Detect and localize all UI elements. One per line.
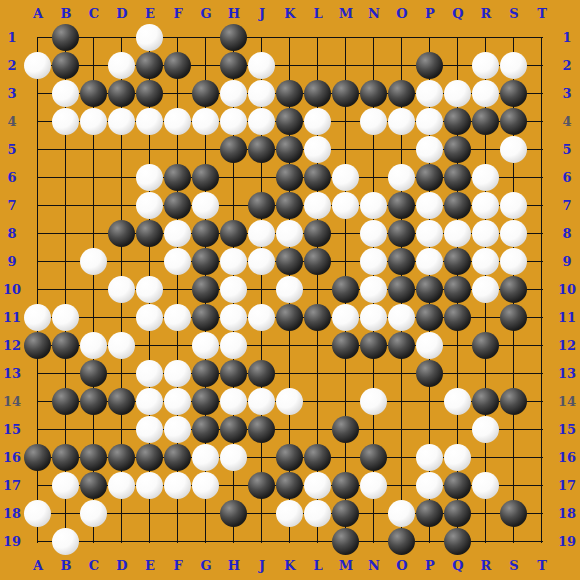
intersection-C18[interactable] xyxy=(80,500,108,528)
intersection-K18[interactable] xyxy=(276,500,304,528)
intersection-D17[interactable] xyxy=(108,472,136,500)
intersection-S16[interactable] xyxy=(500,444,528,472)
intersection-R8[interactable] xyxy=(472,220,500,248)
intersection-A9[interactable] xyxy=(24,248,52,276)
intersection-K12[interactable] xyxy=(276,332,304,360)
intersection-K2[interactable] xyxy=(276,52,304,80)
intersection-O3[interactable] xyxy=(388,80,416,108)
intersection-D11[interactable] xyxy=(108,304,136,332)
intersection-Q13[interactable] xyxy=(444,360,472,388)
intersection-A8[interactable] xyxy=(24,220,52,248)
intersection-G3[interactable] xyxy=(192,80,220,108)
intersection-K10[interactable] xyxy=(276,276,304,304)
intersection-C3[interactable] xyxy=(80,80,108,108)
intersection-D7[interactable] xyxy=(108,192,136,220)
intersection-B1[interactable] xyxy=(52,24,80,52)
intersection-D18[interactable] xyxy=(108,500,136,528)
intersection-T1[interactable] xyxy=(528,24,556,52)
intersection-G14[interactable] xyxy=(192,388,220,416)
intersection-F11[interactable] xyxy=(164,304,192,332)
intersection-M6[interactable] xyxy=(332,164,360,192)
intersection-H11[interactable] xyxy=(220,304,248,332)
intersection-S15[interactable] xyxy=(500,416,528,444)
intersection-G19[interactable] xyxy=(192,528,220,556)
intersection-N4[interactable] xyxy=(360,108,388,136)
intersection-N19[interactable] xyxy=(360,528,388,556)
intersection-L19[interactable] xyxy=(304,528,332,556)
intersection-N12[interactable] xyxy=(360,332,388,360)
intersection-D16[interactable] xyxy=(108,444,136,472)
intersection-F14[interactable] xyxy=(164,388,192,416)
intersection-J14[interactable] xyxy=(248,388,276,416)
intersection-K4[interactable] xyxy=(276,108,304,136)
intersection-E14[interactable] xyxy=(136,388,164,416)
intersection-R6[interactable] xyxy=(472,164,500,192)
intersection-S11[interactable] xyxy=(500,304,528,332)
intersection-Q10[interactable] xyxy=(444,276,472,304)
intersection-N7[interactable] xyxy=(360,192,388,220)
intersection-S18[interactable] xyxy=(500,500,528,528)
intersection-M12[interactable] xyxy=(332,332,360,360)
intersection-L7[interactable] xyxy=(304,192,332,220)
intersection-Q14[interactable] xyxy=(444,388,472,416)
intersection-B7[interactable] xyxy=(52,192,80,220)
intersection-B10[interactable] xyxy=(52,276,80,304)
intersection-J11[interactable] xyxy=(248,304,276,332)
intersection-B8[interactable] xyxy=(52,220,80,248)
intersection-R7[interactable] xyxy=(472,192,500,220)
intersection-S1[interactable] xyxy=(500,24,528,52)
intersection-H10[interactable] xyxy=(220,276,248,304)
intersection-B3[interactable] xyxy=(52,80,80,108)
intersection-E5[interactable] xyxy=(136,136,164,164)
intersection-P15[interactable] xyxy=(416,416,444,444)
intersection-S13[interactable] xyxy=(500,360,528,388)
intersection-C9[interactable] xyxy=(80,248,108,276)
intersection-R16[interactable] xyxy=(472,444,500,472)
intersection-H1[interactable] xyxy=(220,24,248,52)
intersection-B2[interactable] xyxy=(52,52,80,80)
intersection-N9[interactable] xyxy=(360,248,388,276)
intersection-K8[interactable] xyxy=(276,220,304,248)
intersection-A7[interactable] xyxy=(24,192,52,220)
intersection-T5[interactable] xyxy=(528,136,556,164)
intersection-C2[interactable] xyxy=(80,52,108,80)
intersection-A15[interactable] xyxy=(24,416,52,444)
intersection-E3[interactable] xyxy=(136,80,164,108)
intersection-J16[interactable] xyxy=(248,444,276,472)
intersection-K13[interactable] xyxy=(276,360,304,388)
intersection-F2[interactable] xyxy=(164,52,192,80)
intersection-M9[interactable] xyxy=(332,248,360,276)
intersection-A11[interactable] xyxy=(24,304,52,332)
intersection-G10[interactable] xyxy=(192,276,220,304)
intersection-C13[interactable] xyxy=(80,360,108,388)
intersection-H19[interactable] xyxy=(220,528,248,556)
intersection-S17[interactable] xyxy=(500,472,528,500)
intersection-E7[interactable] xyxy=(136,192,164,220)
intersection-J9[interactable] xyxy=(248,248,276,276)
intersection-T7[interactable] xyxy=(528,192,556,220)
intersection-S9[interactable] xyxy=(500,248,528,276)
intersection-G6[interactable] xyxy=(192,164,220,192)
intersection-L8[interactable] xyxy=(304,220,332,248)
intersection-S10[interactable] xyxy=(500,276,528,304)
intersection-B15[interactable] xyxy=(52,416,80,444)
intersection-L12[interactable] xyxy=(304,332,332,360)
intersection-Q11[interactable] xyxy=(444,304,472,332)
intersection-G15[interactable] xyxy=(192,416,220,444)
intersection-P3[interactable] xyxy=(416,80,444,108)
intersection-L18[interactable] xyxy=(304,500,332,528)
intersection-T2[interactable] xyxy=(528,52,556,80)
intersection-T14[interactable] xyxy=(528,388,556,416)
intersection-Q3[interactable] xyxy=(444,80,472,108)
intersection-N1[interactable] xyxy=(360,24,388,52)
intersection-A3[interactable] xyxy=(24,80,52,108)
intersection-T16[interactable] xyxy=(528,444,556,472)
intersection-J3[interactable] xyxy=(248,80,276,108)
intersection-C5[interactable] xyxy=(80,136,108,164)
intersection-E16[interactable] xyxy=(136,444,164,472)
intersection-E4[interactable] xyxy=(136,108,164,136)
intersection-D15[interactable] xyxy=(108,416,136,444)
intersection-F6[interactable] xyxy=(164,164,192,192)
intersection-J6[interactable] xyxy=(248,164,276,192)
intersection-M8[interactable] xyxy=(332,220,360,248)
intersection-H8[interactable] xyxy=(220,220,248,248)
intersection-C1[interactable] xyxy=(80,24,108,52)
intersection-F1[interactable] xyxy=(164,24,192,52)
intersection-L17[interactable] xyxy=(304,472,332,500)
intersection-H4[interactable] xyxy=(220,108,248,136)
intersection-J15[interactable] xyxy=(248,416,276,444)
intersection-R4[interactable] xyxy=(472,108,500,136)
intersection-K5[interactable] xyxy=(276,136,304,164)
intersection-O10[interactable] xyxy=(388,276,416,304)
intersection-S4[interactable] xyxy=(500,108,528,136)
intersection-A16[interactable] xyxy=(24,444,52,472)
intersection-B6[interactable] xyxy=(52,164,80,192)
intersection-L6[interactable] xyxy=(304,164,332,192)
intersection-B5[interactable] xyxy=(52,136,80,164)
intersection-J5[interactable] xyxy=(248,136,276,164)
intersection-M10[interactable] xyxy=(332,276,360,304)
intersection-A6[interactable] xyxy=(24,164,52,192)
intersection-J7[interactable] xyxy=(248,192,276,220)
intersection-N18[interactable] xyxy=(360,500,388,528)
intersection-A4[interactable] xyxy=(24,108,52,136)
intersection-N15[interactable] xyxy=(360,416,388,444)
intersection-T9[interactable] xyxy=(528,248,556,276)
intersection-R9[interactable] xyxy=(472,248,500,276)
intersection-O15[interactable] xyxy=(388,416,416,444)
intersection-T13[interactable] xyxy=(528,360,556,388)
intersection-C10[interactable] xyxy=(80,276,108,304)
intersection-J8[interactable] xyxy=(248,220,276,248)
intersection-B11[interactable] xyxy=(52,304,80,332)
intersection-O19[interactable] xyxy=(388,528,416,556)
intersection-R10[interactable] xyxy=(472,276,500,304)
intersection-C19[interactable] xyxy=(80,528,108,556)
intersection-D2[interactable] xyxy=(108,52,136,80)
intersection-F12[interactable] xyxy=(164,332,192,360)
intersection-E19[interactable] xyxy=(136,528,164,556)
intersection-P8[interactable] xyxy=(416,220,444,248)
intersection-J18[interactable] xyxy=(248,500,276,528)
intersection-H3[interactable] xyxy=(220,80,248,108)
intersection-Q12[interactable] xyxy=(444,332,472,360)
intersection-R13[interactable] xyxy=(472,360,500,388)
intersection-E8[interactable] xyxy=(136,220,164,248)
intersection-R11[interactable] xyxy=(472,304,500,332)
intersection-E10[interactable] xyxy=(136,276,164,304)
intersection-O4[interactable] xyxy=(388,108,416,136)
intersection-G18[interactable] xyxy=(192,500,220,528)
intersection-R17[interactable] xyxy=(472,472,500,500)
intersection-S2[interactable] xyxy=(500,52,528,80)
intersection-D4[interactable] xyxy=(108,108,136,136)
intersection-D10[interactable] xyxy=(108,276,136,304)
intersection-N16[interactable] xyxy=(360,444,388,472)
intersection-H12[interactable] xyxy=(220,332,248,360)
intersection-Q9[interactable] xyxy=(444,248,472,276)
intersection-B16[interactable] xyxy=(52,444,80,472)
intersection-M19[interactable] xyxy=(332,528,360,556)
intersection-D14[interactable] xyxy=(108,388,136,416)
intersection-L14[interactable] xyxy=(304,388,332,416)
intersection-M16[interactable] xyxy=(332,444,360,472)
intersection-L9[interactable] xyxy=(304,248,332,276)
intersection-G9[interactable] xyxy=(192,248,220,276)
intersection-K19[interactable] xyxy=(276,528,304,556)
intersection-O1[interactable] xyxy=(388,24,416,52)
intersection-H5[interactable] xyxy=(220,136,248,164)
intersection-D8[interactable] xyxy=(108,220,136,248)
intersection-P14[interactable] xyxy=(416,388,444,416)
intersection-P10[interactable] xyxy=(416,276,444,304)
intersection-F17[interactable] xyxy=(164,472,192,500)
intersection-R12[interactable] xyxy=(472,332,500,360)
intersection-J17[interactable] xyxy=(248,472,276,500)
intersection-P9[interactable] xyxy=(416,248,444,276)
intersection-A2[interactable] xyxy=(24,52,52,80)
intersection-N10[interactable] xyxy=(360,276,388,304)
intersection-K7[interactable] xyxy=(276,192,304,220)
intersection-P2[interactable] xyxy=(416,52,444,80)
intersection-K16[interactable] xyxy=(276,444,304,472)
intersection-K14[interactable] xyxy=(276,388,304,416)
intersection-N17[interactable] xyxy=(360,472,388,500)
intersection-Q8[interactable] xyxy=(444,220,472,248)
intersection-G12[interactable] xyxy=(192,332,220,360)
intersection-T19[interactable] xyxy=(528,528,556,556)
intersection-F5[interactable] xyxy=(164,136,192,164)
intersection-M11[interactable] xyxy=(332,304,360,332)
intersection-F19[interactable] xyxy=(164,528,192,556)
intersection-M14[interactable] xyxy=(332,388,360,416)
intersection-A17[interactable] xyxy=(24,472,52,500)
intersection-H6[interactable] xyxy=(220,164,248,192)
intersection-P5[interactable] xyxy=(416,136,444,164)
intersection-T8[interactable] xyxy=(528,220,556,248)
intersection-E2[interactable] xyxy=(136,52,164,80)
intersection-L16[interactable] xyxy=(304,444,332,472)
intersection-D1[interactable] xyxy=(108,24,136,52)
intersection-Q19[interactable] xyxy=(444,528,472,556)
intersection-K3[interactable] xyxy=(276,80,304,108)
intersection-H16[interactable] xyxy=(220,444,248,472)
intersection-T17[interactable] xyxy=(528,472,556,500)
intersection-F13[interactable] xyxy=(164,360,192,388)
intersection-S3[interactable] xyxy=(500,80,528,108)
intersection-B14[interactable] xyxy=(52,388,80,416)
intersection-G8[interactable] xyxy=(192,220,220,248)
intersection-R2[interactable] xyxy=(472,52,500,80)
intersection-T10[interactable] xyxy=(528,276,556,304)
intersection-F9[interactable] xyxy=(164,248,192,276)
intersection-B4[interactable] xyxy=(52,108,80,136)
intersection-Q4[interactable] xyxy=(444,108,472,136)
intersection-C16[interactable] xyxy=(80,444,108,472)
intersection-R14[interactable] xyxy=(472,388,500,416)
intersection-F4[interactable] xyxy=(164,108,192,136)
intersection-J1[interactable] xyxy=(248,24,276,52)
intersection-S19[interactable] xyxy=(500,528,528,556)
intersection-F16[interactable] xyxy=(164,444,192,472)
intersection-E15[interactable] xyxy=(136,416,164,444)
intersection-M15[interactable] xyxy=(332,416,360,444)
intersection-H17[interactable] xyxy=(220,472,248,500)
intersection-E11[interactable] xyxy=(136,304,164,332)
intersection-C4[interactable] xyxy=(80,108,108,136)
intersection-M17[interactable] xyxy=(332,472,360,500)
intersection-H18[interactable] xyxy=(220,500,248,528)
intersection-F10[interactable] xyxy=(164,276,192,304)
intersection-G4[interactable] xyxy=(192,108,220,136)
intersection-B9[interactable] xyxy=(52,248,80,276)
intersection-M7[interactable] xyxy=(332,192,360,220)
intersection-D12[interactable] xyxy=(108,332,136,360)
intersection-L10[interactable] xyxy=(304,276,332,304)
intersection-G7[interactable] xyxy=(192,192,220,220)
intersection-P18[interactable] xyxy=(416,500,444,528)
intersection-N14[interactable] xyxy=(360,388,388,416)
intersection-Q6[interactable] xyxy=(444,164,472,192)
intersection-A1[interactable] xyxy=(24,24,52,52)
intersection-J4[interactable] xyxy=(248,108,276,136)
intersection-H7[interactable] xyxy=(220,192,248,220)
intersection-T15[interactable] xyxy=(528,416,556,444)
intersection-M18[interactable] xyxy=(332,500,360,528)
intersection-Q7[interactable] xyxy=(444,192,472,220)
intersection-L15[interactable] xyxy=(304,416,332,444)
intersection-P12[interactable] xyxy=(416,332,444,360)
intersection-G1[interactable] xyxy=(192,24,220,52)
intersection-B17[interactable] xyxy=(52,472,80,500)
intersection-A13[interactable] xyxy=(24,360,52,388)
intersection-O17[interactable] xyxy=(388,472,416,500)
intersection-N6[interactable] xyxy=(360,164,388,192)
intersection-L1[interactable] xyxy=(304,24,332,52)
intersection-T3[interactable] xyxy=(528,80,556,108)
intersection-C6[interactable] xyxy=(80,164,108,192)
intersection-G16[interactable] xyxy=(192,444,220,472)
intersection-L11[interactable] xyxy=(304,304,332,332)
intersection-G5[interactable] xyxy=(192,136,220,164)
intersection-N13[interactable] xyxy=(360,360,388,388)
intersection-M3[interactable] xyxy=(332,80,360,108)
intersection-M5[interactable] xyxy=(332,136,360,164)
intersection-D5[interactable] xyxy=(108,136,136,164)
intersection-S14[interactable] xyxy=(500,388,528,416)
intersection-C12[interactable] xyxy=(80,332,108,360)
intersection-K15[interactable] xyxy=(276,416,304,444)
intersection-T11[interactable] xyxy=(528,304,556,332)
intersection-N5[interactable] xyxy=(360,136,388,164)
intersection-B13[interactable] xyxy=(52,360,80,388)
intersection-N11[interactable] xyxy=(360,304,388,332)
intersection-D6[interactable] xyxy=(108,164,136,192)
intersection-H15[interactable] xyxy=(220,416,248,444)
intersection-S6[interactable] xyxy=(500,164,528,192)
intersection-A18[interactable] xyxy=(24,500,52,528)
intersection-C17[interactable] xyxy=(80,472,108,500)
intersection-T4[interactable] xyxy=(528,108,556,136)
intersection-H14[interactable] xyxy=(220,388,248,416)
intersection-O2[interactable] xyxy=(388,52,416,80)
intersection-G11[interactable] xyxy=(192,304,220,332)
intersection-P1[interactable] xyxy=(416,24,444,52)
intersection-P6[interactable] xyxy=(416,164,444,192)
intersection-C7[interactable] xyxy=(80,192,108,220)
intersection-C8[interactable] xyxy=(80,220,108,248)
intersection-G13[interactable] xyxy=(192,360,220,388)
intersection-F8[interactable] xyxy=(164,220,192,248)
intersection-E12[interactable] xyxy=(136,332,164,360)
intersection-D9[interactable] xyxy=(108,248,136,276)
intersection-T6[interactable] xyxy=(528,164,556,192)
intersection-Q1[interactable] xyxy=(444,24,472,52)
intersection-E1[interactable] xyxy=(136,24,164,52)
intersection-K6[interactable] xyxy=(276,164,304,192)
intersection-K11[interactable] xyxy=(276,304,304,332)
intersection-S12[interactable] xyxy=(500,332,528,360)
intersection-T18[interactable] xyxy=(528,500,556,528)
intersection-P16[interactable] xyxy=(416,444,444,472)
intersection-R3[interactable] xyxy=(472,80,500,108)
intersection-J13[interactable] xyxy=(248,360,276,388)
intersection-P11[interactable] xyxy=(416,304,444,332)
intersection-O18[interactable] xyxy=(388,500,416,528)
intersection-K9[interactable] xyxy=(276,248,304,276)
intersection-F3[interactable] xyxy=(164,80,192,108)
intersection-J19[interactable] xyxy=(248,528,276,556)
intersection-L2[interactable] xyxy=(304,52,332,80)
intersection-O14[interactable] xyxy=(388,388,416,416)
intersection-O9[interactable] xyxy=(388,248,416,276)
intersection-R5[interactable] xyxy=(472,136,500,164)
intersection-M13[interactable] xyxy=(332,360,360,388)
intersection-D13[interactable] xyxy=(108,360,136,388)
intersection-S8[interactable] xyxy=(500,220,528,248)
intersection-B12[interactable] xyxy=(52,332,80,360)
intersection-P4[interactable] xyxy=(416,108,444,136)
intersection-L4[interactable] xyxy=(304,108,332,136)
intersection-A10[interactable] xyxy=(24,276,52,304)
intersection-Q17[interactable] xyxy=(444,472,472,500)
intersection-P17[interactable] xyxy=(416,472,444,500)
